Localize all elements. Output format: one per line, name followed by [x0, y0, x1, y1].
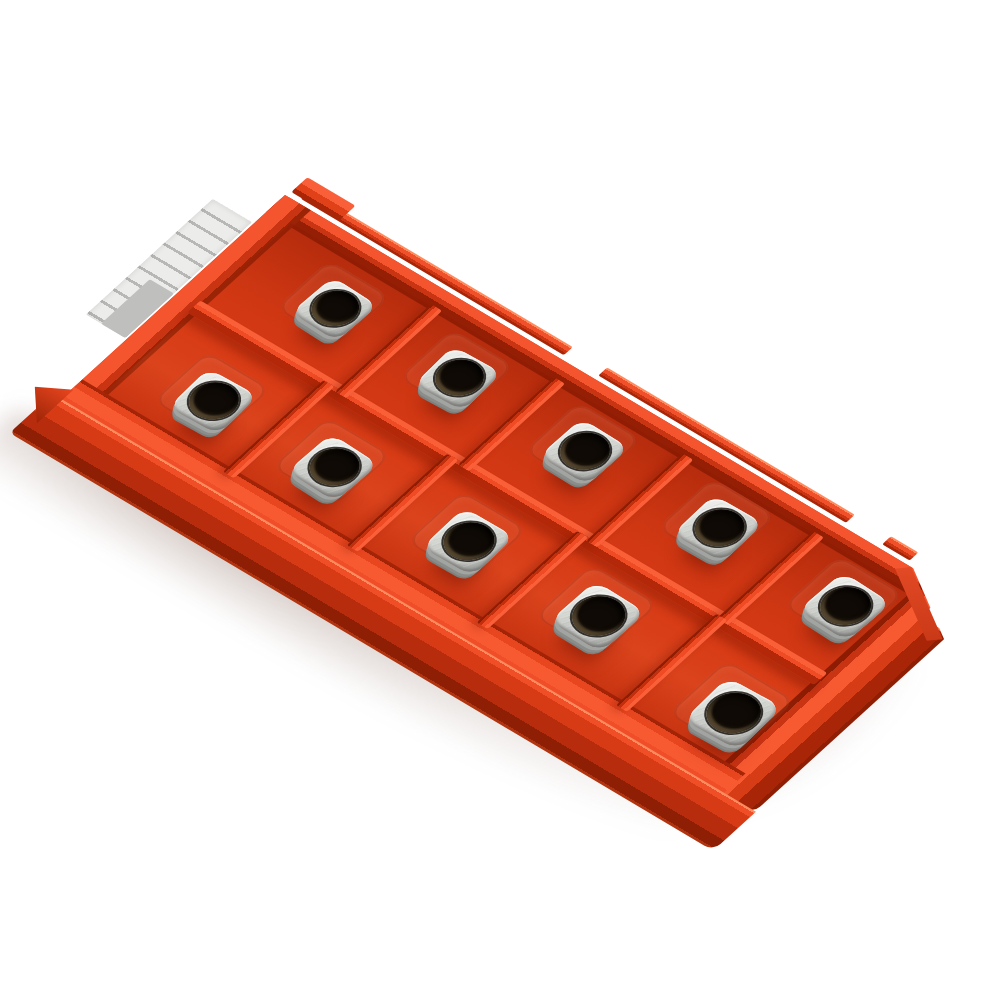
product-photo	[0, 0, 1000, 1000]
case-plane	[60, 195, 950, 795]
